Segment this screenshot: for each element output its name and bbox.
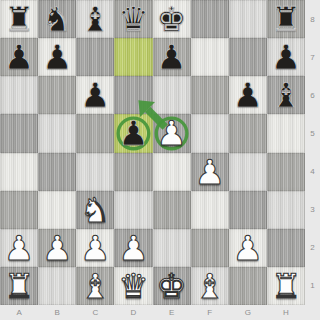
white-pawn[interactable]: ♟ xyxy=(118,231,148,265)
square-h7[interactable]: ♟ xyxy=(267,38,305,76)
white-rook[interactable]: ♜ xyxy=(271,269,301,303)
rank-label-3: 3 xyxy=(305,191,320,229)
square-c7[interactable] xyxy=(76,38,114,76)
file-label-E: E xyxy=(153,305,191,320)
square-d2[interactable]: ♟ xyxy=(114,229,152,267)
square-f7[interactable] xyxy=(191,38,229,76)
white-pawn[interactable]: ♟ xyxy=(233,231,263,265)
square-h1[interactable]: ♜ xyxy=(267,267,305,305)
square-f8[interactable] xyxy=(191,0,229,38)
black-knight[interactable]: ♞ xyxy=(42,2,72,36)
square-e7[interactable]: ♟ xyxy=(153,38,191,76)
black-rook[interactable]: ♜ xyxy=(4,2,34,36)
white-bishop[interactable]: ♝ xyxy=(194,269,224,303)
square-c5[interactable] xyxy=(76,114,114,152)
square-b8[interactable]: ♞ xyxy=(38,0,76,38)
board-area: ♜♞♝♛♚♜♟♟♟♟♟♟♝♟♟♟♞♟♟♟♟♟♜♝♛♚♝♜ xyxy=(0,0,305,305)
file-label-A: A xyxy=(0,305,38,320)
square-d7[interactable] xyxy=(114,38,152,76)
file-labels: ABCDEFGH xyxy=(0,305,305,320)
square-h4[interactable] xyxy=(267,153,305,191)
file-label-F: F xyxy=(191,305,229,320)
black-pawn[interactable]: ♟ xyxy=(118,116,148,150)
rank-label-5: 5 xyxy=(305,114,320,152)
square-h8[interactable]: ♜ xyxy=(267,0,305,38)
white-knight[interactable]: ♞ xyxy=(80,193,110,227)
square-b5[interactable] xyxy=(38,114,76,152)
white-pawn[interactable]: ♟ xyxy=(42,231,72,265)
square-g3[interactable] xyxy=(229,191,267,229)
white-rook[interactable]: ♜ xyxy=(4,269,34,303)
square-a5[interactable] xyxy=(0,114,38,152)
rank-label-7: 7 xyxy=(305,38,320,76)
square-e5[interactable]: ♟ xyxy=(153,114,191,152)
square-a2[interactable]: ♟ xyxy=(0,229,38,267)
black-king[interactable]: ♚ xyxy=(156,2,186,36)
square-c1[interactable]: ♝ xyxy=(76,267,114,305)
square-d1[interactable]: ♛ xyxy=(114,267,152,305)
rank-label-4: 4 xyxy=(305,153,320,191)
rank-label-6: 6 xyxy=(305,76,320,114)
black-pawn[interactable]: ♟ xyxy=(4,40,34,74)
file-label-B: B xyxy=(38,305,76,320)
rank-label-8: 8 xyxy=(305,0,320,38)
square-g7[interactable] xyxy=(229,38,267,76)
square-h3[interactable] xyxy=(267,191,305,229)
square-g4[interactable] xyxy=(229,153,267,191)
square-f5[interactable] xyxy=(191,114,229,152)
square-d5[interactable]: ♟ xyxy=(114,114,152,152)
square-b6[interactable] xyxy=(38,76,76,114)
square-f4[interactable]: ♟ xyxy=(191,153,229,191)
square-f3[interactable] xyxy=(191,191,229,229)
rank-label-1: 1 xyxy=(305,267,320,305)
square-a1[interactable]: ♜ xyxy=(0,267,38,305)
square-b3[interactable] xyxy=(38,191,76,229)
file-label-G: G xyxy=(229,305,267,320)
square-e8[interactable]: ♚ xyxy=(153,0,191,38)
square-c8[interactable]: ♝ xyxy=(76,0,114,38)
white-pawn[interactable]: ♟ xyxy=(156,116,186,150)
square-e3[interactable] xyxy=(153,191,191,229)
corner-spacer xyxy=(305,305,320,320)
square-b7[interactable]: ♟ xyxy=(38,38,76,76)
black-pawn[interactable]: ♟ xyxy=(80,78,110,112)
square-g5[interactable] xyxy=(229,114,267,152)
square-g1[interactable] xyxy=(229,267,267,305)
square-a6[interactable] xyxy=(0,76,38,114)
square-c2[interactable]: ♟ xyxy=(76,229,114,267)
square-h2[interactable] xyxy=(267,229,305,267)
black-rook[interactable]: ♜ xyxy=(271,2,301,36)
file-label-D: D xyxy=(114,305,152,320)
square-d3[interactable] xyxy=(114,191,152,229)
square-g8[interactable] xyxy=(229,0,267,38)
square-g2[interactable]: ♟ xyxy=(229,229,267,267)
white-king[interactable]: ♚ xyxy=(156,269,186,303)
black-bishop[interactable]: ♝ xyxy=(80,2,110,36)
square-d4[interactable] xyxy=(114,153,152,191)
square-e4[interactable] xyxy=(153,153,191,191)
rank-label-2: 2 xyxy=(305,229,320,267)
square-c4[interactable] xyxy=(76,153,114,191)
file-label-C: C xyxy=(76,305,114,320)
square-a4[interactable] xyxy=(0,153,38,191)
black-pawn[interactable]: ♟ xyxy=(156,40,186,74)
black-pawn[interactable]: ♟ xyxy=(42,40,72,74)
white-pawn[interactable]: ♟ xyxy=(80,231,110,265)
square-a7[interactable]: ♟ xyxy=(0,38,38,76)
black-pawn[interactable]: ♟ xyxy=(271,40,301,74)
square-f2[interactable] xyxy=(191,229,229,267)
square-e1[interactable]: ♚ xyxy=(153,267,191,305)
white-bishop[interactable]: ♝ xyxy=(80,269,110,303)
square-f6[interactable] xyxy=(191,76,229,114)
chess-analysis-board: ♜♞♝♛♚♜♟♟♟♟♟♟♝♟♟♟♞♟♟♟♟♟♜♝♛♚♝♜ 87654321 AB… xyxy=(0,0,320,320)
chess-board[interactable]: ♜♞♝♛♚♜♟♟♟♟♟♟♝♟♟♟♞♟♟♟♟♟♜♝♛♚♝♜ xyxy=(0,0,305,305)
file-label-H: H xyxy=(267,305,305,320)
square-b1[interactable] xyxy=(38,267,76,305)
white-pawn[interactable]: ♟ xyxy=(194,155,224,189)
square-d6[interactable] xyxy=(114,76,152,114)
black-queen[interactable]: ♛ xyxy=(118,2,148,36)
square-d8[interactable]: ♛ xyxy=(114,0,152,38)
square-c3[interactable]: ♞ xyxy=(76,191,114,229)
white-pawn[interactable]: ♟ xyxy=(4,231,34,265)
white-queen[interactable]: ♛ xyxy=(118,269,148,303)
square-a8[interactable]: ♜ xyxy=(0,0,38,38)
square-b4[interactable] xyxy=(38,153,76,191)
square-c6[interactable]: ♟ xyxy=(76,76,114,114)
square-h6[interactable]: ♝ xyxy=(267,76,305,114)
square-e6[interactable] xyxy=(153,76,191,114)
black-pawn[interactable]: ♟ xyxy=(233,78,263,112)
black-bishop[interactable]: ♝ xyxy=(271,78,301,112)
square-e2[interactable] xyxy=(153,229,191,267)
square-h5[interactable] xyxy=(267,114,305,152)
rank-labels: 87654321 xyxy=(305,0,320,305)
square-f1[interactable]: ♝ xyxy=(191,267,229,305)
square-b2[interactable]: ♟ xyxy=(38,229,76,267)
square-a3[interactable] xyxy=(0,191,38,229)
square-g6[interactable]: ♟ xyxy=(229,76,267,114)
